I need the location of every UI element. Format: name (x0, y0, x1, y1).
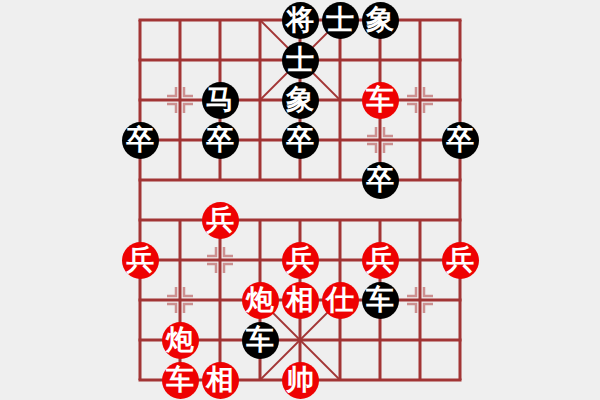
piece-red-soldier[interactable]: 兵 (362, 242, 399, 279)
piece-black-soldier[interactable]: 卒 (442, 122, 479, 159)
piece-red-soldier[interactable]: 兵 (442, 242, 479, 279)
piece-black-advisor[interactable]: 士 (322, 2, 359, 39)
piece-red-elephant[interactable]: 相 (202, 362, 239, 399)
piece-red-soldier[interactable]: 兵 (122, 242, 159, 279)
piece-red-cannon[interactable]: 炮 (162, 322, 199, 359)
piece-black-elephant[interactable]: 象 (282, 82, 319, 119)
piece-black-horse[interactable]: 马 (202, 82, 239, 119)
piece-black-elephant[interactable]: 象 (362, 2, 399, 39)
xiangqi-board: 将士象士马象车卒卒卒卒卒兵兵兵兵兵炮相仕车炮车车相帅 (120, 0, 480, 400)
piece-black-soldier[interactable]: 卒 (122, 122, 159, 159)
piece-black-advisor[interactable]: 士 (282, 42, 319, 79)
piece-black-soldier[interactable]: 卒 (282, 122, 319, 159)
piece-black-soldier[interactable]: 卒 (202, 122, 239, 159)
piece-red-advisor[interactable]: 仕 (322, 282, 359, 319)
piece-red-general[interactable]: 帅 (282, 362, 319, 399)
piece-red-cannon[interactable]: 炮 (242, 282, 279, 319)
piece-red-elephant[interactable]: 相 (282, 282, 319, 319)
piece-black-soldier[interactable]: 卒 (362, 162, 399, 199)
piece-black-chariot[interactable]: 车 (242, 322, 279, 359)
app-background: 将士象士马象车卒卒卒卒卒兵兵兵兵兵炮相仕车炮车车相帅 (0, 0, 600, 400)
piece-black-general[interactable]: 将 (282, 2, 319, 39)
piece-black-chariot[interactable]: 车 (362, 282, 399, 319)
piece-red-soldier[interactable]: 兵 (282, 242, 319, 279)
piece-red-chariot[interactable]: 车 (162, 362, 199, 399)
piece-red-soldier[interactable]: 兵 (202, 202, 239, 239)
piece-red-chariot[interactable]: 车 (362, 82, 399, 119)
pieces-layer: 将士象士马象车卒卒卒卒卒兵兵兵兵兵炮相仕车炮车车相帅 (120, 0, 480, 400)
